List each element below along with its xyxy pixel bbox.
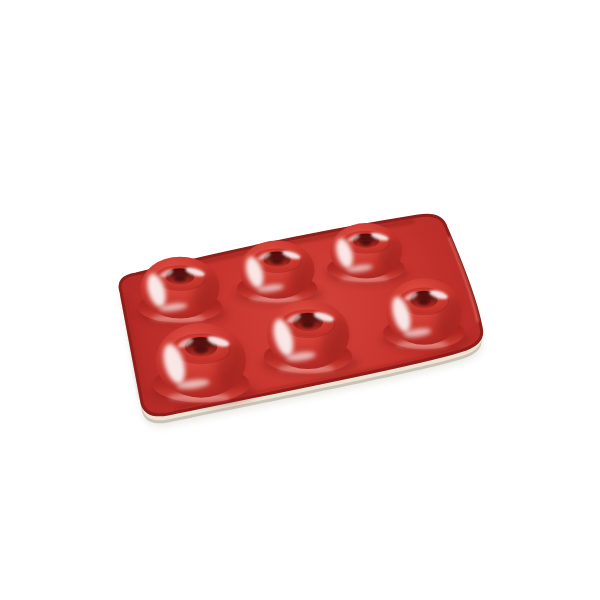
mold-hole-pit — [361, 239, 372, 245]
photo-canvas — [0, 0, 600, 600]
product-photo-donut-pan — [0, 0, 600, 600]
mold-hole-pit — [271, 258, 282, 264]
mold-hole-pit — [194, 345, 207, 353]
mold-hole-pit — [302, 320, 314, 328]
mold-hole-pit — [418, 298, 429, 305]
mold-hole-pit — [174, 275, 186, 282]
